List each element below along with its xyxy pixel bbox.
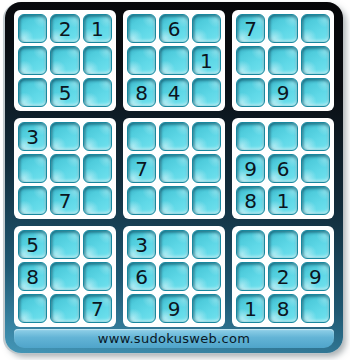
box-3: 79 bbox=[232, 10, 334, 111]
cell-r1c4[interactable] bbox=[127, 14, 156, 43]
cell-r5c2[interactable] bbox=[50, 154, 79, 183]
cell-r4c2[interactable] bbox=[50, 122, 79, 151]
cell-r4c3[interactable] bbox=[83, 122, 112, 151]
cell-r2c2[interactable] bbox=[50, 46, 79, 75]
cell-r3c2[interactable]: 5 bbox=[50, 78, 79, 107]
cell-r5c8[interactable]: 6 bbox=[268, 154, 297, 183]
box-7: 587 bbox=[14, 226, 116, 327]
cell-r7c7[interactable] bbox=[236, 230, 265, 259]
cell-r5c4[interactable]: 7 bbox=[127, 154, 156, 183]
cell-r6c8[interactable]: 1 bbox=[268, 186, 297, 215]
box-4: 37 bbox=[14, 118, 116, 219]
cell-r1c5[interactable]: 6 bbox=[159, 14, 188, 43]
box-6: 9681 bbox=[232, 118, 334, 219]
cell-r4c7[interactable] bbox=[236, 122, 265, 151]
cell-r5c6[interactable] bbox=[192, 154, 221, 183]
cell-r8c3[interactable] bbox=[83, 262, 112, 291]
cell-r3c7[interactable] bbox=[236, 78, 265, 107]
cell-r7c5[interactable] bbox=[159, 230, 188, 259]
cell-r2c5[interactable] bbox=[159, 46, 188, 75]
cell-r3c8[interactable]: 9 bbox=[268, 78, 297, 107]
cell-r9c1[interactable] bbox=[18, 294, 47, 323]
cell-r2c4[interactable] bbox=[127, 46, 156, 75]
cell-r6c5[interactable] bbox=[159, 186, 188, 215]
cell-r9c2[interactable] bbox=[50, 294, 79, 323]
cell-r7c2[interactable] bbox=[50, 230, 79, 259]
sudoku-board: 21561847937796815873692918 bbox=[14, 10, 334, 327]
cell-r2c9[interactable] bbox=[301, 46, 330, 75]
cell-r1c3[interactable]: 1 bbox=[83, 14, 112, 43]
cell-r3c3[interactable] bbox=[83, 78, 112, 107]
cell-r1c9[interactable] bbox=[301, 14, 330, 43]
cell-r1c2[interactable]: 2 bbox=[50, 14, 79, 43]
cell-r4c8[interactable] bbox=[268, 122, 297, 151]
cell-r2c3[interactable] bbox=[83, 46, 112, 75]
cell-r5c9[interactable] bbox=[301, 154, 330, 183]
cell-r6c9[interactable] bbox=[301, 186, 330, 215]
cell-r9c9[interactable] bbox=[301, 294, 330, 323]
cell-r9c7[interactable]: 1 bbox=[236, 294, 265, 323]
cell-r5c1[interactable] bbox=[18, 154, 47, 183]
cell-r5c7[interactable]: 9 bbox=[236, 154, 265, 183]
cell-r8c1[interactable]: 8 bbox=[18, 262, 47, 291]
box-8: 369 bbox=[123, 226, 225, 327]
cell-r8c5[interactable] bbox=[159, 262, 188, 291]
box-2: 6184 bbox=[123, 10, 225, 111]
cell-r3c6[interactable] bbox=[192, 78, 221, 107]
cell-r2c1[interactable] bbox=[18, 46, 47, 75]
box-5: 7 bbox=[123, 118, 225, 219]
cell-r7c9[interactable] bbox=[301, 230, 330, 259]
website-link[interactable]: www.sudokusweb.com bbox=[98, 331, 250, 346]
cell-r8c9[interactable]: 9 bbox=[301, 262, 330, 291]
cell-r4c5[interactable] bbox=[159, 122, 188, 151]
cell-r7c1[interactable]: 5 bbox=[18, 230, 47, 259]
cell-r3c1[interactable] bbox=[18, 78, 47, 107]
cell-r1c6[interactable] bbox=[192, 14, 221, 43]
cell-r1c7[interactable]: 7 bbox=[236, 14, 265, 43]
cell-r9c3[interactable]: 7 bbox=[83, 294, 112, 323]
cell-r9c4[interactable] bbox=[127, 294, 156, 323]
box-9: 2918 bbox=[232, 226, 334, 327]
cell-r1c8[interactable] bbox=[268, 14, 297, 43]
cell-r9c5[interactable]: 9 bbox=[159, 294, 188, 323]
cell-r7c3[interactable] bbox=[83, 230, 112, 259]
cell-r6c3[interactable] bbox=[83, 186, 112, 215]
cell-r9c6[interactable] bbox=[192, 294, 221, 323]
board-frame: 21561847937796815873692918 www.sudokuswe… bbox=[5, 2, 343, 353]
cell-r3c9[interactable] bbox=[301, 78, 330, 107]
cell-r6c6[interactable] bbox=[192, 186, 221, 215]
cell-r5c3[interactable] bbox=[83, 154, 112, 183]
cell-r2c7[interactable] bbox=[236, 46, 265, 75]
cell-r2c6[interactable]: 1 bbox=[192, 46, 221, 75]
cell-r8c6[interactable] bbox=[192, 262, 221, 291]
cell-r5c5[interactable] bbox=[159, 154, 188, 183]
cell-r3c5[interactable]: 4 bbox=[159, 78, 188, 107]
cell-r6c1[interactable] bbox=[18, 186, 47, 215]
cell-r9c8[interactable]: 8 bbox=[268, 294, 297, 323]
cell-r6c4[interactable] bbox=[127, 186, 156, 215]
cell-r8c8[interactable]: 2 bbox=[268, 262, 297, 291]
cell-r6c2[interactable]: 7 bbox=[50, 186, 79, 215]
cell-r8c2[interactable] bbox=[50, 262, 79, 291]
cell-r4c9[interactable] bbox=[301, 122, 330, 151]
cell-r2c8[interactable] bbox=[268, 46, 297, 75]
cell-r8c7[interactable] bbox=[236, 262, 265, 291]
cell-r7c6[interactable] bbox=[192, 230, 221, 259]
box-1: 215 bbox=[14, 10, 116, 111]
cell-r4c6[interactable] bbox=[192, 122, 221, 151]
cell-r4c1[interactable]: 3 bbox=[18, 122, 47, 151]
cell-r8c4[interactable]: 6 bbox=[127, 262, 156, 291]
cell-r4c4[interactable] bbox=[127, 122, 156, 151]
cell-r6c7[interactable]: 8 bbox=[236, 186, 265, 215]
cell-r7c8[interactable] bbox=[268, 230, 297, 259]
cell-r1c1[interactable] bbox=[18, 14, 47, 43]
cell-r3c4[interactable]: 8 bbox=[127, 78, 156, 107]
cell-r7c4[interactable]: 3 bbox=[127, 230, 156, 259]
footer-bar: www.sudokusweb.com bbox=[14, 329, 334, 348]
